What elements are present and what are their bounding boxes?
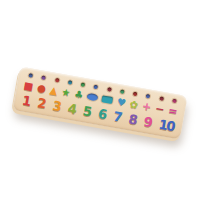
- peg-hole-6: [94, 85, 99, 90]
- shape-cutout-flower: ✿: [129, 99, 139, 110]
- product-photo: ■●▲★♣♥✿+−= 12345678910: [0, 0, 200, 200]
- shape-cutout-rectangle: [102, 95, 114, 104]
- number-cutout-9: 9: [143, 115, 154, 129]
- peg-hole-4: [68, 80, 73, 85]
- shape-cutout-square: ■: [23, 80, 34, 91]
- shape-cutout-star: ★: [61, 87, 72, 98]
- number-cutout-4: 4: [67, 102, 78, 116]
- peg-hole-7: [107, 87, 112, 92]
- peg-hole-10: [146, 94, 151, 99]
- shape-cutout-oval: [87, 93, 99, 102]
- shape-cutout-heart: ♥: [116, 97, 127, 108]
- peg-hole-11: [159, 96, 164, 101]
- number-cutout-6: 6: [97, 107, 108, 121]
- number-cutout-2: 2: [36, 96, 47, 110]
- shape-cutout-triangle: ▲: [49, 85, 58, 96]
- number-cutout-10: 10: [158, 118, 175, 133]
- peg-hole-8: [120, 89, 125, 94]
- number-cutout-3: 3: [52, 99, 63, 113]
- peg-hole-3: [55, 78, 60, 83]
- peg-hole-1: [28, 73, 33, 78]
- peg-hole-5: [81, 82, 86, 87]
- shape-cutout-equals-sign: =: [167, 105, 178, 117]
- number-cutout-5: 5: [82, 104, 93, 118]
- number-cutout-7: 7: [112, 110, 123, 124]
- peg-hole-9: [133, 92, 138, 97]
- peg-hole-12: [172, 99, 177, 104]
- peg-hole-2: [41, 76, 46, 81]
- puzzle-board: ■●▲★♣♥✿+−= 12345678910: [12, 67, 187, 140]
- number-cutout-8: 8: [128, 112, 139, 126]
- shape-cutout-tree: ♣: [74, 89, 85, 100]
- shape-cutout-circle: ●: [36, 82, 46, 93]
- number-cutout-1: 1: [21, 94, 32, 108]
- shape-cutout-minus-sign: −: [154, 103, 165, 115]
- shape-cutout-plus-sign: +: [141, 100, 152, 112]
